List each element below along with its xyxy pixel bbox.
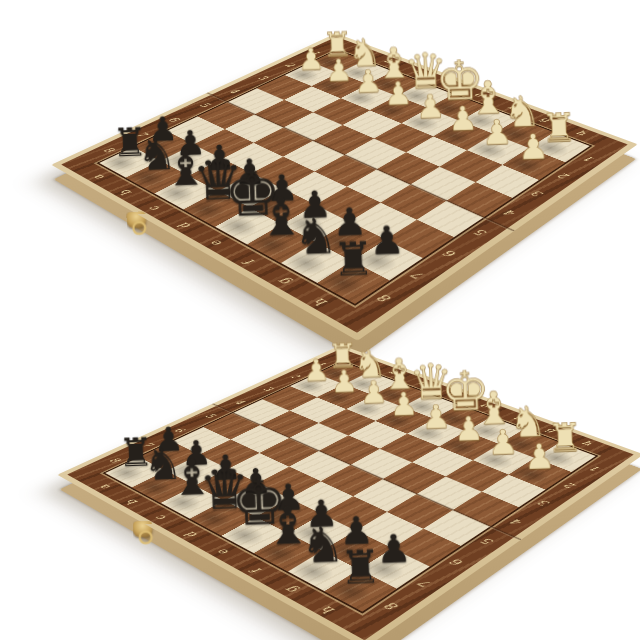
rank-label-right-3: 3 bbox=[529, 496, 558, 511]
file-label-near-e: e bbox=[201, 234, 231, 251]
folding-chess-board: ♜♞♝♛♚♝♞♜♟♟♟♟♟♟♟♟♟♟♟♟♟♟♟♟♜♞♝♛♚♝♞♜ aabbccd… bbox=[57, 345, 640, 640]
board-frame: ♜♞♝♛♚♝♞♜♟♟♟♟♟♟♟♟♟♟♟♟♟♟♟♟♜♞♝♛♚♝♞♜ aabbccd… bbox=[67, 348, 634, 640]
rank-label-right-1: 1 bbox=[575, 152, 603, 166]
white-rook-a1: ♜ bbox=[318, 27, 357, 62]
square-h8: ♜ bbox=[324, 569, 397, 611]
file-label-far-f: f bbox=[498, 101, 524, 113]
folding-chess-board: ♜♞♝♛♚♝♞♜♟♟♟♟♟♟♟♟♟♟♟♟♟♟♟♟♜♞♝♛♚♝♞♜ aabbccd… bbox=[51, 33, 638, 340]
square-h4 bbox=[452, 491, 518, 525]
file-label-near-g: g bbox=[276, 580, 308, 598]
perspective-wrapper-top: ♜♞♝♛♚♝♞♜♟♟♟♟♟♟♟♟♟♟♟♟♟♟♟♟♜♞♝♛♚♝♞♜ aabbccd… bbox=[0, 0, 640, 320]
file-label-far-d: d bbox=[435, 77, 460, 88]
rank-label-left-6: 6 bbox=[166, 424, 191, 436]
piece-shadow bbox=[183, 503, 242, 535]
file-label-far-d: d bbox=[440, 388, 465, 399]
white-knight-g1: ♞ bbox=[500, 90, 544, 134]
chess-board-grid: ♜♞♝♛♚♝♞♜♟♟♟♟♟♟♟♟♟♟♟♟♟♟♟♟♜♞♝♛♚♝♞♜ bbox=[96, 49, 592, 305]
board-top-rim: ♜♞♝♛♚♝♞♜♟♟♟♟♟♟♟♟♟♟♟♟♟♟♟♟♜♞♝♛♚♝♞♜ aabbccd… bbox=[51, 33, 638, 340]
clasp-ring-icon bbox=[131, 220, 145, 234]
perspective-wrapper-bottom: ♜♞♝♛♚♝♞♜♟♟♟♟♟♟♟♟♟♟♟♟♟♟♟♟♜♞♝♛♚♝♞♜ aabbccd… bbox=[0, 320, 640, 640]
file-label-near-d: d bbox=[170, 217, 199, 233]
chess-board-grid: ♜♞♝♛♚♝♞♜♟♟♟♟♟♟♟♟♟♟♟♟♟♟♟♟♜♞♝♛♚♝♞♜ bbox=[102, 360, 598, 613]
white-bishop-f1: ♝ bbox=[466, 74, 509, 120]
file-label-far-c: c bbox=[405, 66, 429, 76]
white-knight-b1: ♞ bbox=[345, 33, 385, 72]
piece-shadow bbox=[239, 226, 302, 261]
board-frame: ♜♞♝♛♚♝♞♜♟♟♟♟♟♟♟♟♟♟♟♟♟♟♟♟♜♞♝♛♚♝♞♜ aabbccd… bbox=[61, 36, 628, 332]
white-rook-a1: ♜ bbox=[323, 338, 362, 373]
piece-shadow bbox=[316, 571, 382, 609]
file-label-near-e: e bbox=[208, 543, 238, 560]
file-label-near-b: b bbox=[118, 494, 146, 508]
rank-label-right-6: 6 bbox=[442, 553, 473, 570]
file-label-far-f: f bbox=[504, 411, 530, 422]
file-label-far-b: b bbox=[376, 56, 400, 66]
clasp-ring-icon bbox=[137, 530, 151, 544]
file-label-far-a: a bbox=[349, 45, 372, 55]
white-knight-b1: ♞ bbox=[350, 344, 390, 383]
file-label-near-g: g bbox=[268, 272, 300, 291]
file-label-near-h: h bbox=[305, 292, 338, 312]
chess-set-top: ♜♞♝♛♚♝♞♜♟♟♟♟♟♟♟♟♟♟♟♟♟♟♟♟♜♞♝♛♚♝♞♜ aabbccd… bbox=[0, 0, 640, 320]
file-label-far-b: b bbox=[381, 367, 405, 377]
square-h3 bbox=[481, 474, 545, 507]
file-label-near-b: b bbox=[112, 185, 139, 200]
file-label-far-a: a bbox=[354, 357, 377, 366]
white-rook-h1: ♜ bbox=[542, 417, 587, 457]
white-bishop-c1: ♝ bbox=[373, 40, 414, 84]
file-label-near-d: d bbox=[177, 526, 206, 542]
white-knight-g1: ♞ bbox=[506, 400, 550, 444]
file-label-near-a: a bbox=[91, 480, 118, 494]
file-label-near-f: f bbox=[241, 561, 272, 578]
board-top-rim: ♜♞♝♛♚♝♞♜♟♟♟♟♟♟♟♟♟♟♟♟♟♟♟♟♜♞♝♛♚♝♞♜ aabbccd… bbox=[57, 345, 640, 640]
chess-set-bottom: ♜♞♝♛♚♝♞♜♟♟♟♟♟♟♟♟♟♟♟♟♟♟♟♟♜♞♝♛♚♝♞♜ aabbccd… bbox=[0, 320, 640, 640]
white-bishop-c1: ♝ bbox=[379, 351, 420, 395]
file-label-far-e: e bbox=[466, 89, 491, 100]
white-bishop-f1: ♝ bbox=[472, 384, 515, 430]
file-label-far-e: e bbox=[471, 400, 496, 411]
file-label-near-c: c bbox=[147, 510, 175, 525]
file-label-near-a: a bbox=[85, 170, 112, 184]
file-label-near-c: c bbox=[140, 201, 168, 216]
file-label-near-h: h bbox=[312, 600, 345, 619]
file-label-far-c: c bbox=[410, 377, 434, 387]
rank-label-right-1: 1 bbox=[581, 461, 609, 474]
white-pawn-a2: ♟ bbox=[291, 43, 330, 74]
file-label-near-f: f bbox=[234, 253, 265, 271]
